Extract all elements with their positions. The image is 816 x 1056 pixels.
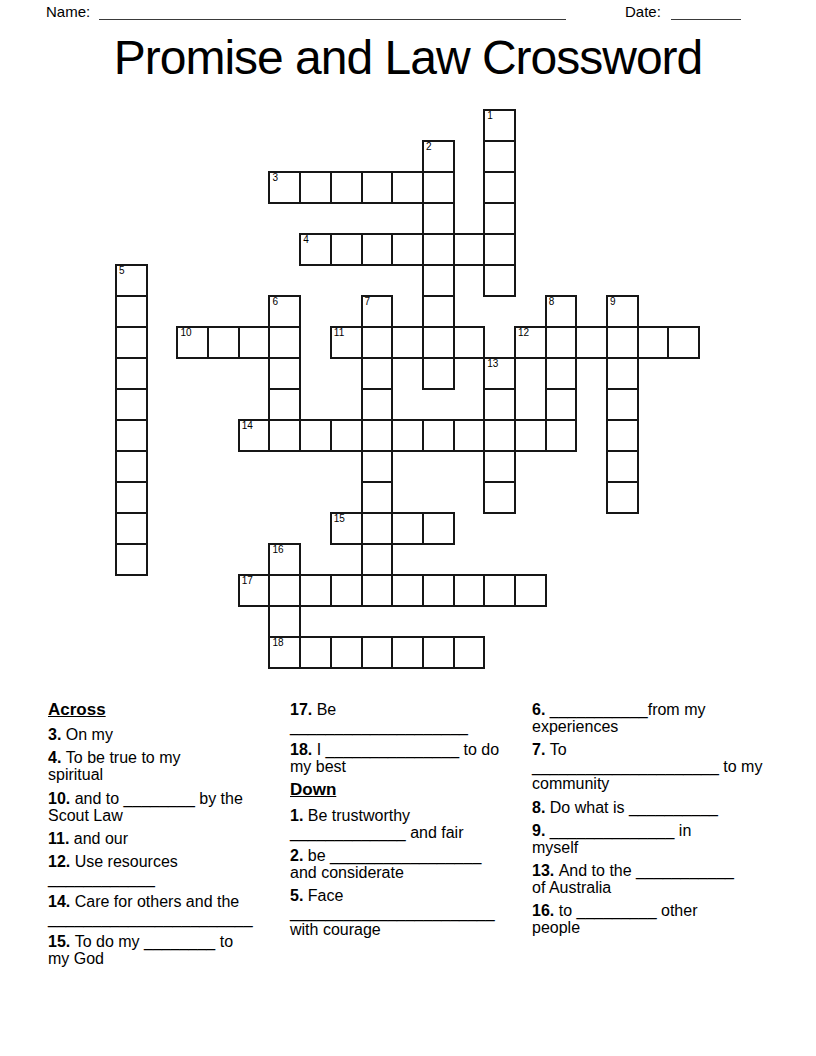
grid-cell-r4c8[interactable] (361, 233, 394, 266)
clue-4: 4. To be true to my spiritual (48, 749, 286, 783)
grid-cell-r14c8[interactable] (361, 543, 394, 576)
grid-cell-r6c5[interactable]: 6 (268, 295, 301, 328)
grid-cell-r10c0[interactable] (115, 419, 148, 452)
grid-cell-r13c9[interactable] (391, 512, 424, 545)
clue-1: 1. Be trustworthy _____________ and fair (290, 807, 528, 841)
clue-2: 2. be _________________ and considerate (290, 847, 528, 881)
cell-number-5: 5 (119, 265, 125, 277)
clue-10: 10. and to ________ by the Scout Law (48, 790, 286, 824)
grid-cell-r2c8[interactable] (361, 171, 394, 204)
clue-number-label: 2. (290, 847, 308, 864)
grid-cell-r9c0[interactable] (115, 388, 148, 421)
grid-cell-r17c7[interactable] (330, 636, 363, 669)
clue-number-label: 16. (532, 902, 559, 919)
grid-cell-r10c11[interactable] (453, 419, 486, 452)
grid-cell-r11c0[interactable] (115, 450, 148, 483)
clue-number-label: 17. (290, 701, 317, 718)
grid-cell-r3c12[interactable] (483, 202, 516, 235)
grid-cell-r10c8[interactable] (361, 419, 394, 452)
grid-cell-r7c9[interactable] (391, 326, 424, 359)
cell-number-15: 15 (334, 513, 345, 525)
name-input-line[interactable] (99, 1, 566, 20)
grid-cell-r9c5[interactable] (268, 388, 301, 421)
grid-cell-r7c7[interactable]: 11 (330, 326, 363, 359)
grid-cell-r8c0[interactable] (115, 357, 148, 390)
clue-number-label: 13. (532, 862, 559, 879)
cell-number-8: 8 (549, 296, 555, 308)
grid-cell-r7c15[interactable] (575, 326, 608, 359)
grid-cell-r4c12[interactable] (483, 233, 516, 266)
cell-number-3: 3 (272, 172, 278, 184)
clue-8: 8. Do what is __________ (532, 799, 770, 816)
grid-cell-r7c17[interactable] (637, 326, 670, 359)
grid-cell-r17c8[interactable] (361, 636, 394, 669)
cell-number-16: 16 (272, 544, 283, 556)
crossword-grid: 123456789101112131415161718 (116, 110, 699, 668)
grid-cell-r9c12[interactable] (483, 388, 516, 421)
name-label: Name: (46, 3, 90, 20)
clue-column-across: Across3. On my4. To be true to my spirit… (48, 701, 286, 974)
grid-cell-r1c10[interactable]: 2 (422, 140, 455, 173)
clue-number-label: 6. (532, 701, 550, 718)
grid-cell-r7c16[interactable] (606, 326, 639, 359)
grid-cell-r4c11[interactable] (453, 233, 486, 266)
clue-number-label: 9. (532, 822, 550, 839)
grid-cell-r15c10[interactable] (422, 574, 455, 607)
grid-cell-r15c7[interactable] (330, 574, 363, 607)
cell-number-2: 2 (426, 141, 432, 153)
grid-cell-r10c9[interactable] (391, 419, 424, 452)
grid-cell-r7c3[interactable] (207, 326, 240, 359)
grid-cell-r2c10[interactable] (422, 171, 455, 204)
grid-cell-r2c9[interactable] (391, 171, 424, 204)
grid-cell-r17c11[interactable] (453, 636, 486, 669)
grid-cell-r16c5[interactable] (268, 605, 301, 638)
grid-cell-r7c8[interactable] (361, 326, 394, 359)
grid-cell-r10c6[interactable] (299, 419, 332, 452)
clue-6: 6. ___________from my experiences (532, 701, 770, 735)
grid-cell-r17c9[interactable] (391, 636, 424, 669)
clue-14: 14. Care for others and the ____________… (48, 893, 286, 927)
grid-cell-r17c6[interactable] (299, 636, 332, 669)
clue-3: 3. On my (48, 726, 286, 743)
clue-number-label: 18. (290, 741, 317, 758)
cell-number-11: 11 (334, 327, 344, 339)
grid-cell-r12c8[interactable] (361, 481, 394, 514)
grid-cell-r10c5[interactable] (268, 419, 301, 452)
date-input-line[interactable] (671, 1, 741, 20)
grid-cell-r8c8[interactable] (361, 357, 394, 390)
grid-cell-r7c2[interactable]: 10 (176, 326, 209, 359)
clue-number-label: 10. (48, 790, 75, 807)
grid-cell-r13c10[interactable] (422, 512, 455, 545)
grid-cell-r15c6[interactable] (299, 574, 332, 607)
grid-cell-r11c12[interactable] (483, 450, 516, 483)
grid-cell-r4c10[interactable] (422, 233, 455, 266)
grid-cell-r6c16[interactable]: 9 (606, 295, 639, 328)
clue-list-header-down: Down (290, 781, 528, 799)
clue-18: 18. I _______________ to do my best (290, 741, 528, 775)
grid-cell-r14c5[interactable]: 16 (268, 543, 301, 576)
grid-cell-r5c0[interactable]: 5 (115, 264, 148, 297)
grid-cell-r0c12[interactable]: 1 (483, 109, 516, 142)
grid-cell-r6c14[interactable]: 8 (545, 295, 578, 328)
grid-cell-r7c5[interactable] (268, 326, 301, 359)
grid-cell-r13c7[interactable]: 15 (330, 512, 363, 545)
cell-number-18: 18 (272, 637, 283, 649)
grid-cell-r14c0[interactable] (115, 543, 148, 576)
clue-number-label: 7. (532, 741, 550, 758)
grid-cell-r7c0[interactable] (115, 326, 148, 359)
grid-cell-r10c4[interactable]: 14 (238, 419, 271, 452)
clue-17: 17. Be ____________________ (290, 701, 528, 735)
clue-5: 5. Face _______________________ with cou… (290, 887, 528, 938)
clue-16: 16. to _________ other people (532, 902, 770, 936)
grid-cell-r17c10[interactable] (422, 636, 455, 669)
clue-number-label: 1. (290, 807, 308, 824)
grid-cell-r13c0[interactable] (115, 512, 148, 545)
grid-cell-r5c12[interactable] (483, 264, 516, 297)
grid-cell-r15c8[interactable] (361, 574, 394, 607)
clue-number-label: 5. (290, 887, 308, 904)
grid-cell-r13c8[interactable] (361, 512, 394, 545)
cell-number-4: 4 (303, 234, 309, 246)
grid-cell-r7c14[interactable] (545, 326, 578, 359)
clue-number-label: 8. (532, 799, 550, 816)
grid-cell-r6c8[interactable]: 7 (361, 295, 394, 328)
grid-cell-r9c16[interactable] (606, 388, 639, 421)
grid-cell-r12c0[interactable] (115, 481, 148, 514)
grid-cell-r2c5[interactable]: 3 (268, 171, 301, 204)
clue-9: 9. ______________ in myself (532, 822, 770, 856)
clue-15: 15. To do my ________ to my God (48, 933, 286, 967)
clue-number-label: 15. (48, 933, 75, 950)
grid-cell-r15c5[interactable] (268, 574, 301, 607)
grid-cell-r7c11[interactable] (453, 326, 486, 359)
grid-cell-r9c14[interactable] (545, 388, 578, 421)
cell-number-7: 7 (365, 296, 371, 308)
grid-cell-r12c16[interactable] (606, 481, 639, 514)
cell-number-14: 14 (242, 420, 253, 432)
grid-cell-r5c10[interactable] (422, 264, 455, 297)
grid-cell-r8c5[interactable] (268, 357, 301, 390)
clue-12: 12. Use resources ____________ (48, 853, 286, 887)
cell-number-12: 12 (518, 327, 529, 339)
grid-cell-r2c6[interactable] (299, 171, 332, 204)
page-title: Promise and Law Crossword (0, 30, 816, 85)
clue-7: 7. To _____________________ to my commun… (532, 741, 770, 792)
grid-cell-r8c16[interactable] (606, 357, 639, 390)
clue-number-label: 4. (48, 749, 66, 766)
grid-cell-r10c10[interactable] (422, 419, 455, 452)
grid-cell-r9c8[interactable] (361, 388, 394, 421)
grid-cell-r7c18[interactable] (667, 326, 700, 359)
grid-cell-r8c14[interactable] (545, 357, 578, 390)
grid-cell-r10c16[interactable] (606, 419, 639, 452)
clue-number-label: 12. (48, 853, 75, 870)
cell-number-13: 13 (487, 358, 498, 370)
grid-cell-r15c11[interactable] (453, 574, 486, 607)
cell-number-1: 1 (487, 110, 493, 122)
cell-number-9: 9 (610, 296, 616, 308)
clue-list-header-across: Across (48, 701, 286, 719)
cell-number-10: 10 (180, 327, 191, 339)
clue-number-label: 11. (48, 830, 74, 847)
grid-cell-r1c12[interactable] (483, 140, 516, 173)
grid-cell-r6c10[interactable] (422, 295, 455, 328)
grid-cell-r8c12[interactable]: 13 (483, 357, 516, 390)
grid-cell-r2c12[interactable] (483, 171, 516, 204)
grid-cell-r4c7[interactable] (330, 233, 363, 266)
grid-cell-r15c9[interactable] (391, 574, 424, 607)
grid-cell-r10c13[interactable] (514, 419, 547, 452)
cell-number-17: 17 (242, 575, 253, 587)
clue-column-middle: 17. Be ____________________18. I _______… (290, 701, 528, 944)
grid-cell-r10c12[interactable] (483, 419, 516, 452)
grid-cell-r3c10[interactable] (422, 202, 455, 235)
grid-cell-r15c4[interactable]: 17 (238, 574, 271, 607)
date-label: Date: (625, 3, 661, 20)
grid-cell-r7c4[interactable] (238, 326, 271, 359)
grid-cell-r11c16[interactable] (606, 450, 639, 483)
grid-cell-r10c14[interactable] (545, 419, 578, 452)
grid-cell-r7c13[interactable]: 12 (514, 326, 547, 359)
grid-cell-r15c12[interactable] (483, 574, 516, 607)
clue-11: 11. and our (48, 830, 286, 847)
grid-cell-r12c12[interactable] (483, 481, 516, 514)
grid-cell-r15c13[interactable] (514, 574, 547, 607)
clue-13: 13. And to the ___________ of Australia (532, 862, 770, 896)
grid-cell-r7c10[interactable] (422, 326, 455, 359)
grid-cell-r11c8[interactable] (361, 450, 394, 483)
clue-number-label: 3. (48, 726, 66, 743)
clue-number-label: 14. (48, 893, 75, 910)
grid-cell-r17c5[interactable]: 18 (268, 636, 301, 669)
grid-cell-r4c9[interactable] (391, 233, 424, 266)
clue-column-down: 6. ___________from my experiences7. To _… (532, 701, 770, 942)
grid-cell-r10c7[interactable] (330, 419, 363, 452)
grid-cell-r8c10[interactable] (422, 357, 455, 390)
grid-cell-r2c7[interactable] (330, 171, 363, 204)
grid-cell-r6c0[interactable] (115, 295, 148, 328)
grid-cell-r4c6[interactable]: 4 (299, 233, 332, 266)
cell-number-6: 6 (272, 296, 278, 308)
